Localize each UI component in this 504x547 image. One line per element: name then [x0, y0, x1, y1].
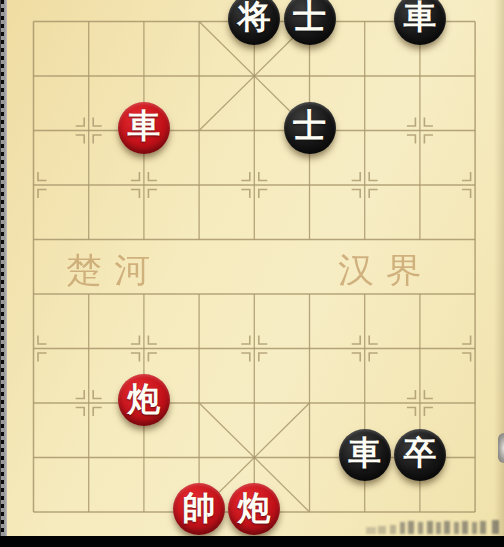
black-chariot-glyph: 車	[403, 1, 436, 34]
red-cannon[interactable]: 炮	[118, 374, 170, 426]
red-general-glyph: 帥	[183, 492, 216, 525]
black-advisor-glyph: 士	[293, 110, 326, 143]
red-cannon[interactable]: 炮	[228, 483, 280, 535]
black-advisor[interactable]: 士	[284, 0, 336, 45]
watermark-smudge	[366, 517, 502, 536]
edge-artifact	[498, 433, 504, 463]
black-chariot[interactable]: 車	[339, 429, 391, 481]
red-chariot-glyph: 車	[127, 110, 160, 143]
black-soldier[interactable]: 卒	[394, 429, 446, 481]
red-general[interactable]: 帥	[173, 483, 225, 535]
black-chariot-glyph: 車	[348, 437, 381, 470]
black-soldier-glyph: 卒	[403, 437, 436, 470]
black-chariot[interactable]: 車	[394, 0, 446, 45]
black-advisor-glyph: 士	[293, 1, 326, 34]
pieces-layer: 将士車車士炮車卒帥炮	[0, 0, 504, 537]
black-general-glyph: 将	[238, 1, 271, 34]
xiangqi-board[interactable]: 楚河 汉界 将士車車士炮車卒帥炮	[0, 0, 504, 537]
black-general[interactable]: 将	[228, 0, 280, 45]
xiangqi-app-screen: 楚河 汉界 将士車車士炮車卒帥炮	[0, 0, 504, 547]
bottom-letterbox-bar	[0, 536, 504, 547]
red-cannon-glyph: 炮	[127, 383, 160, 416]
red-cannon-glyph: 炮	[238, 492, 271, 525]
red-chariot[interactable]: 車	[118, 102, 170, 154]
black-advisor[interactable]: 士	[284, 102, 336, 154]
